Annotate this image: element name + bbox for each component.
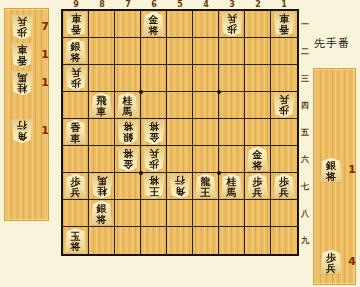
hand-count: 1 [41,48,49,61]
piece-kanji: 歩 [227,23,237,34]
square-4九[interactable] [193,227,219,254]
piece-kanji: 兵 [149,148,159,159]
piece-kanji: 角 [17,130,27,141]
piece-歩兵-gote[interactable]: 歩兵 [143,147,165,172]
square-3二[interactable] [219,38,245,65]
star-dot [139,90,143,94]
square-9二[interactable]: 銀将 [63,38,89,65]
square-4三[interactable] [193,65,219,92]
square-1五[interactable] [271,119,297,146]
file-label: 9 [63,0,89,9]
rank-label: 九 [301,227,309,254]
square-8七[interactable]: 桂馬 [89,173,115,200]
piece-香車-gote[interactable]: 香車 [273,12,295,37]
star-dot [217,171,221,175]
piece-kanji: 飛 [97,96,107,107]
piece-kanji: 王 [149,185,159,196]
shogi-diagram: 987654321 一二三四五六七八九 香車金将歩兵香車銀将歩兵飛車桂馬歩兵香車… [0,0,360,287]
square-8一[interactable] [89,11,115,38]
square-3七[interactable]: 桂馬 [219,173,245,200]
piece-歩兵-gote[interactable]: 歩兵 [221,12,243,37]
star-dot [139,171,143,175]
file-labels: 987654321 [63,0,297,9]
square-5九[interactable] [167,227,193,254]
square-8九[interactable] [89,227,115,254]
square-4六[interactable] [193,146,219,173]
piece-歩兵-sente[interactable]: 歩兵 [320,250,342,275]
piece-桂馬-sente[interactable]: 桂馬 [117,93,139,118]
square-4二[interactable] [193,38,219,65]
square-2八[interactable] [245,200,271,227]
piece-kanji: 歩 [71,77,81,88]
piece-金将-sente[interactable]: 金将 [143,12,165,37]
piece-kanji: 桂 [97,185,107,196]
hand-count: 1 [348,163,356,176]
piece-kanji: 車 [17,44,27,55]
piece-金将-gote[interactable]: 金将 [117,147,139,172]
piece-歩兵-gote[interactable]: 歩兵 [65,66,87,91]
square-4五[interactable] [193,119,219,146]
piece-歩兵-sente[interactable]: 歩兵 [65,174,87,199]
square-1四[interactable]: 歩兵 [271,92,297,119]
square-1二[interactable] [271,38,297,65]
piece-kanji: 車 [71,13,81,24]
piece-kanji: 金 [149,131,159,142]
square-9四[interactable] [63,92,89,119]
piece-kanji: 将 [253,160,263,171]
star-dot [217,90,221,94]
square-3六[interactable] [219,146,245,173]
square-7八[interactable] [115,200,141,227]
square-3一[interactable]: 歩兵 [219,11,245,38]
piece-kanji: 将 [149,25,159,36]
square-8八[interactable]: 銀将 [89,200,115,227]
square-5七[interactable]: 角行 [167,173,193,200]
piece-kanji: 兵 [71,67,81,78]
file-label: 5 [167,0,193,9]
piece-kanji: 歩 [71,177,81,188]
rank-label: 七 [301,173,309,200]
square-1一[interactable]: 香車 [271,11,297,38]
square-8六[interactable] [89,146,115,173]
piece-kanji: 将 [71,242,81,253]
square-6二[interactable] [141,38,167,65]
hand-count: 1 [41,76,49,89]
square-7二[interactable] [115,38,141,65]
file-label: 2 [245,0,271,9]
rank-label: 四 [301,92,309,119]
square-6五[interactable]: 金将 [141,119,167,146]
square-7三[interactable] [115,65,141,92]
piece-kanji: 将 [71,52,81,63]
square-2五[interactable] [245,119,271,146]
hand-count: 4 [348,255,356,268]
piece-kanji: 王 [201,187,211,198]
piece-kanji: 桂 [123,96,133,107]
square-9五[interactable]: 香車 [63,119,89,146]
square-9一[interactable]: 香車 [63,11,89,38]
square-2七[interactable]: 歩兵 [245,173,271,200]
square-2一[interactable] [245,11,271,38]
rank-label: 五 [301,119,309,146]
piece-kanji: 角 [175,185,185,196]
piece-歩兵-gote[interactable]: 歩兵 [273,93,295,118]
shogi-board: 香車金将歩兵香車銀将歩兵飛車桂馬歩兵香車銀将金将金将歩兵金将歩兵桂馬王将角行龍王… [61,9,299,256]
piece-kanji: 車 [71,133,81,144]
rank-label: 八 [301,200,309,227]
square-8四[interactable]: 飛車 [89,92,115,119]
file-label: 4 [193,0,219,9]
piece-kanji: 歩 [326,253,336,264]
square-7五[interactable]: 銀将 [115,119,141,146]
piece-kanji: 銀 [123,131,133,142]
square-2九[interactable] [245,227,271,254]
sente-hand-item: 銀将1 [317,157,358,184]
piece-銀将-gote[interactable]: 銀将 [117,120,139,145]
square-2六[interactable]: 金将 [245,146,271,173]
rank-label: 三 [301,65,309,92]
rank-label: 六 [301,146,309,173]
rank-labels: 一二三四五六七八九 [301,11,309,254]
file-label: 3 [219,0,245,9]
square-3九[interactable] [219,227,245,254]
piece-飛車-sente[interactable]: 飛車 [91,93,113,118]
square-8五[interactable] [89,119,115,146]
sente-hand-tray: 銀将1歩兵4 [313,68,356,285]
piece-歩兵-sente[interactable]: 歩兵 [247,174,269,199]
square-4七[interactable]: 龍王 [193,173,219,200]
piece-香車-sente[interactable]: 香車 [65,120,87,145]
file-label: 6 [141,0,167,9]
square-9三[interactable]: 歩兵 [63,65,89,92]
gote-hand-item: 角行1 [8,118,51,145]
square-2三[interactable] [245,65,271,92]
square-1九[interactable] [271,227,297,254]
square-9九[interactable]: 玉将 [63,227,89,254]
piece-銀将-sente[interactable]: 銀将 [91,201,113,226]
gote-hand-item: 香車1 [8,42,51,69]
piece-kanji: 金 [253,150,263,161]
square-6八[interactable] [141,200,167,227]
square-7一[interactable] [115,11,141,38]
square-6四[interactable] [141,92,167,119]
gote-hand-tray: 歩兵7香車1桂馬1角行1 [4,8,49,221]
piece-kanji: 将 [149,175,159,186]
gote-hand-item: 桂馬1 [8,70,51,97]
square-5六[interactable] [167,146,193,173]
square-5一[interactable] [167,11,193,38]
square-9八[interactable] [63,200,89,227]
piece-王将-gote[interactable]: 王将 [143,174,165,199]
piece-kanji: 馬 [17,72,27,83]
piece-kanji: 桂 [17,82,27,93]
square-3三[interactable] [219,65,245,92]
sente-hand-item: 歩兵4 [317,249,358,276]
piece-桂馬-gote[interactable]: 桂馬 [11,71,33,96]
rank-label: 二 [301,38,309,65]
piece-金将-gote[interactable]: 金将 [143,120,165,145]
piece-kanji: 香 [17,54,27,65]
piece-kanji: 歩 [279,104,289,115]
piece-kanji: 銀 [71,42,81,53]
piece-kanji: 玉 [71,231,81,242]
piece-角行-gote[interactable]: 角行 [11,119,33,144]
square-8三[interactable] [89,65,115,92]
piece-kanji: 兵 [326,263,336,274]
piece-kanji: 馬 [97,175,107,186]
piece-kanji: 金 [123,158,133,169]
square-7九[interactable] [115,227,141,254]
square-3五[interactable] [219,119,245,146]
rank-label: 一 [301,11,309,38]
square-4八[interactable] [193,200,219,227]
file-label: 1 [271,0,297,9]
piece-kanji: 行 [17,120,27,131]
square-7四[interactable]: 桂馬 [115,92,141,119]
square-5五[interactable] [167,119,193,146]
square-6六[interactable]: 歩兵 [141,146,167,173]
piece-kanji: 兵 [227,13,237,24]
piece-kanji: 将 [123,148,133,159]
piece-kanji: 兵 [253,187,263,198]
piece-kanji: 金 [149,15,159,26]
piece-龍王-sente[interactable]: 龍王 [195,174,217,199]
piece-kanji: 車 [97,106,107,117]
square-9七[interactable]: 歩兵 [63,173,89,200]
square-5二[interactable] [167,38,193,65]
square-7七[interactable] [115,173,141,200]
square-6三[interactable] [141,65,167,92]
square-1八[interactable] [271,200,297,227]
piece-kanji: 桂 [227,177,237,188]
square-6一[interactable]: 金将 [141,11,167,38]
piece-kanji: 将 [97,214,107,225]
square-4一[interactable] [193,11,219,38]
file-label: 8 [89,0,115,9]
piece-桂馬-gote[interactable]: 桂馬 [91,174,113,199]
square-7六[interactable]: 金将 [115,146,141,173]
piece-kanji: 歩 [279,177,289,188]
square-2四[interactable] [245,92,271,119]
square-3四[interactable] [219,92,245,119]
piece-歩兵-sente[interactable]: 歩兵 [273,174,295,199]
square-5三[interactable] [167,65,193,92]
piece-銀将-sente[interactable]: 銀将 [65,39,87,64]
piece-金将-sente[interactable]: 金将 [247,147,269,172]
gote-hand-item: 歩兵7 [8,14,51,41]
board-grid: 香車金将歩兵香車銀将歩兵飛車桂馬歩兵香車銀将金将金将歩兵金将歩兵桂馬王将角行龍王… [63,11,297,254]
piece-桂馬-sente[interactable]: 桂馬 [221,174,243,199]
square-3八[interactable] [219,200,245,227]
piece-kanji: 兵 [279,94,289,105]
square-1六[interactable] [271,146,297,173]
piece-kanji: 馬 [123,106,133,117]
piece-kanji: 香 [71,23,81,34]
hand-count: 1 [41,124,49,137]
piece-kanji: 兵 [17,16,27,27]
piece-kanji: 将 [326,171,336,182]
square-8二[interactable] [89,38,115,65]
piece-歩兵-gote[interactable]: 歩兵 [11,15,33,40]
piece-kanji: 歩 [253,177,263,188]
square-6九[interactable] [141,227,167,254]
square-9六[interactable] [63,146,89,173]
piece-kanji: 将 [123,121,133,132]
piece-kanji: 香 [279,23,289,34]
piece-kanji: 銀 [97,204,107,215]
square-1七[interactable]: 歩兵 [271,173,297,200]
piece-角行-gote[interactable]: 角行 [169,174,191,199]
piece-kanji: 兵 [71,187,81,198]
piece-kanji: 香 [71,123,81,134]
square-5四[interactable] [167,92,193,119]
square-5八[interactable] [167,200,193,227]
piece-銀将-sente[interactable]: 銀将 [320,158,342,183]
file-label: 7 [115,0,141,9]
piece-kanji: 将 [149,121,159,132]
piece-玉将-sente[interactable]: 玉将 [65,228,87,253]
piece-kanji: 車 [279,13,289,24]
piece-kanji: 銀 [326,161,336,172]
piece-kanji: 行 [175,175,185,186]
piece-kanji: 龍 [201,177,211,188]
square-4四[interactable] [193,92,219,119]
piece-kanji: 兵 [279,187,289,198]
piece-kanji: 歩 [17,26,27,37]
square-2二[interactable] [245,38,271,65]
hand-count: 7 [41,20,49,33]
turn-indicator: 先手番 [314,36,350,51]
piece-kanji: 馬 [227,187,237,198]
piece-kanji: 歩 [149,158,159,169]
piece-香車-gote[interactable]: 香車 [11,43,33,68]
square-1三[interactable] [271,65,297,92]
piece-香車-gote[interactable]: 香車 [65,12,87,37]
square-6七[interactable]: 王将 [141,173,167,200]
